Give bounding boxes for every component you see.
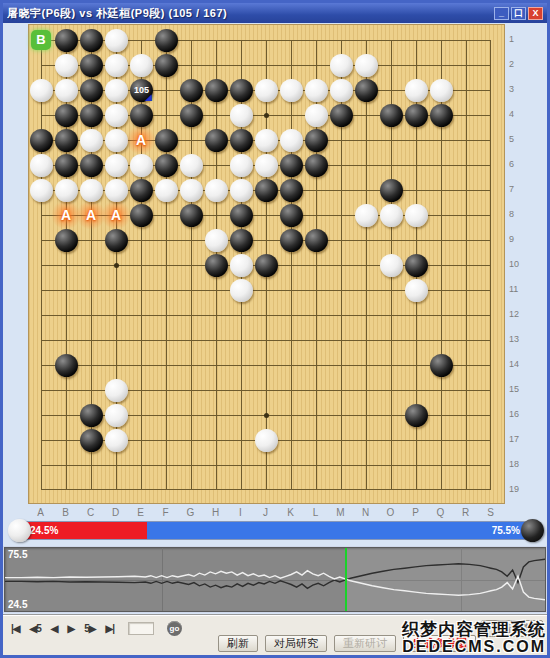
white-stone[interactable] [405, 204, 428, 227]
white-stone[interactable] [30, 154, 53, 177]
white-stone[interactable] [230, 104, 253, 127]
white-winrate-segment: 24.5% [24, 522, 147, 539]
winrate-graph[interactable]: 75.524.5 [4, 547, 546, 612]
row-label: 14 [509, 359, 527, 369]
black-stone[interactable] [155, 129, 178, 152]
black-stone[interactable] [380, 179, 403, 202]
row-label: 12 [509, 309, 527, 319]
black-stone[interactable] [405, 404, 428, 427]
black-stone-icon [521, 519, 544, 542]
white-stone[interactable] [155, 179, 178, 202]
black-stone[interactable] [55, 229, 78, 252]
white-stone[interactable] [405, 79, 428, 102]
white-stone[interactable] [130, 54, 153, 77]
white-stone[interactable] [105, 104, 128, 127]
row-label: 2 [509, 59, 527, 69]
black-stone[interactable] [230, 204, 253, 227]
row-label: 6 [509, 159, 527, 169]
white-stone[interactable] [280, 129, 303, 152]
graph-bottom-label: 24.5 [8, 599, 27, 610]
white-stone[interactable] [305, 104, 328, 127]
star-point [264, 113, 269, 118]
white-stone[interactable] [380, 204, 403, 227]
white-stone[interactable] [105, 179, 128, 202]
black-stone[interactable] [55, 354, 78, 377]
black-stone[interactable] [380, 104, 403, 127]
white-stone[interactable] [230, 179, 253, 202]
white-stone[interactable] [105, 54, 128, 77]
black-stone[interactable] [430, 104, 453, 127]
white-stone[interactable] [105, 79, 128, 102]
white-stone[interactable] [230, 154, 253, 177]
row-label: 19 [509, 484, 527, 494]
white-stone[interactable] [105, 404, 128, 427]
move-number-input[interactable] [128, 622, 154, 635]
black-stone[interactable] [205, 254, 228, 277]
black-stone[interactable] [155, 54, 178, 77]
variation-label-green: B [31, 30, 51, 50]
candidate-label: A [104, 203, 128, 227]
white-stone[interactable] [280, 79, 303, 102]
white-stone[interactable] [80, 179, 103, 202]
black-stone[interactable] [305, 129, 328, 152]
white-stone[interactable] [105, 429, 128, 452]
black-stone[interactable] [230, 79, 253, 102]
white-stone[interactable] [130, 154, 153, 177]
white-stone[interactable] [55, 179, 78, 202]
black-stone[interactable] [80, 54, 103, 77]
button-重新研讨[interactable]: 重新研讨 [334, 635, 396, 652]
maximize-button[interactable]: 口 [511, 7, 526, 20]
white-stone[interactable] [180, 179, 203, 202]
white-stone[interactable] [355, 204, 378, 227]
black-stone[interactable] [405, 254, 428, 277]
black-stone[interactable] [355, 79, 378, 102]
black-stone[interactable] [30, 129, 53, 152]
go-button[interactable]: go [167, 621, 182, 636]
black-stone[interactable] [155, 154, 178, 177]
app-window: 屠晓宇(P6段) vs 朴廷桓(P9段) (105 / 167) _ 口 X B… [0, 0, 550, 658]
row-label: 5 [509, 134, 527, 144]
white-stone[interactable] [255, 129, 278, 152]
nav-forward5-button[interactable]: 5▶ [84, 623, 95, 634]
window-title: 屠晓宇(P6段) vs 朴廷桓(P9段) (105 / 167) [7, 6, 494, 21]
nav-back5-button[interactable]: ◀5 [30, 623, 41, 634]
black-stone[interactable] [80, 104, 103, 127]
white-stone-icon [8, 519, 31, 542]
white-stone[interactable] [30, 79, 53, 102]
white-stone[interactable] [30, 179, 53, 202]
graph-top-label: 75.5 [8, 549, 27, 560]
black-stone[interactable] [55, 29, 78, 52]
black-stone[interactable] [80, 154, 103, 177]
black-winrate-line [5, 559, 545, 588]
black-stone[interactable] [180, 104, 203, 127]
row-label: 18 [509, 459, 527, 469]
black-stone[interactable] [255, 254, 278, 277]
white-stone[interactable] [55, 79, 78, 102]
white-stone[interactable] [380, 254, 403, 277]
row-label: 16 [509, 409, 527, 419]
white-stone[interactable] [355, 54, 378, 77]
star-point [264, 413, 269, 418]
candidate-label: A [129, 128, 153, 152]
control-bar: |◀◀5◀▶5▶▶| go 刷新对局研究重新研讨生成参考图 变着手数 织梦内容管… [3, 615, 547, 655]
row-label: 10 [509, 259, 527, 269]
black-stone[interactable] [280, 179, 303, 202]
white-stone[interactable] [230, 254, 253, 277]
winrate-track: 24.5% 75.5% [23, 521, 527, 540]
black-stone[interactable] [80, 29, 103, 52]
white-stone[interactable] [105, 29, 128, 52]
current-move-marker[interactable] [345, 548, 347, 611]
black-stone[interactable] [430, 354, 453, 377]
window-content: B105◢AAAA ABCDEFGHIJKLMNOPQRS12345678910… [3, 23, 547, 655]
current-move-triangle-icon: ◢ [145, 93, 152, 102]
watermark-line2: DEDECMS.COM [402, 639, 546, 655]
close-button[interactable]: X [528, 7, 543, 20]
black-stone[interactable] [130, 204, 153, 227]
black-stone[interactable] [230, 129, 253, 152]
white-stone[interactable] [205, 229, 228, 252]
nav-last-button[interactable]: ▶| [105, 623, 114, 634]
black-stone[interactable] [230, 229, 253, 252]
row-label: 1 [509, 34, 527, 44]
button-对局研究[interactable]: 对局研究 [265, 635, 327, 652]
star-point [114, 263, 119, 268]
white-stone[interactable] [405, 279, 428, 302]
row-label: 13 [509, 334, 527, 344]
dedecms-watermark: 织梦内容管理系统 DEDECMS.COM [402, 621, 546, 655]
white-stone[interactable] [205, 179, 228, 202]
row-label: 8 [509, 209, 527, 219]
black-stone[interactable] [405, 104, 428, 127]
go-board[interactable]: B105◢AAAA [28, 24, 505, 504]
row-label: 7 [509, 184, 527, 194]
black-stone[interactable] [305, 154, 328, 177]
nav-back-button[interactable]: ◀ [51, 623, 58, 634]
watermark-line1: 织梦内容管理系统 [402, 621, 546, 638]
black-stone[interactable] [80, 79, 103, 102]
black-stone[interactable] [280, 229, 303, 252]
white-stone[interactable] [255, 154, 278, 177]
nav-first-button[interactable]: |◀ [11, 623, 20, 634]
row-label: 3 [509, 84, 527, 94]
white-stone[interactable] [105, 129, 128, 152]
white-stone[interactable] [80, 129, 103, 152]
black-stone[interactable] [280, 204, 303, 227]
row-label: 4 [509, 109, 527, 119]
white-winrate-line [5, 571, 545, 600]
winrate-lines [5, 548, 545, 611]
black-stone[interactable] [180, 79, 203, 102]
white-stone[interactable] [430, 79, 453, 102]
button-刷新[interactable]: 刷新 [218, 635, 258, 652]
title-bar[interactable]: 屠晓宇(P6段) vs 朴廷桓(P9段) (105 / 167) _ 口 X [3, 3, 547, 23]
row-label: 9 [509, 234, 527, 244]
white-stone[interactable] [330, 79, 353, 102]
white-stone[interactable] [305, 79, 328, 102]
board-area: B105◢AAAA ABCDEFGHIJKLMNOPQRS12345678910… [28, 24, 528, 521]
white-stone[interactable] [105, 154, 128, 177]
black-stone[interactable] [330, 104, 353, 127]
white-stone[interactable] [180, 154, 203, 177]
black-stone[interactable] [205, 79, 228, 102]
white-stone[interactable] [230, 279, 253, 302]
black-stone[interactable] [180, 204, 203, 227]
black-stone[interactable] [130, 104, 153, 127]
black-stone[interactable] [205, 129, 228, 152]
white-stone[interactable] [255, 79, 278, 102]
white-stone[interactable] [330, 54, 353, 77]
black-stone[interactable] [255, 179, 278, 202]
nav-forward-button[interactable]: ▶ [67, 623, 74, 634]
black-stone[interactable] [130, 179, 153, 202]
black-stone[interactable] [55, 154, 78, 177]
black-winrate-segment: 75.5% [147, 522, 526, 539]
black-stone[interactable] [105, 229, 128, 252]
black-stone[interactable] [280, 154, 303, 177]
white-stone[interactable] [55, 54, 78, 77]
white-stone[interactable] [255, 429, 278, 452]
black-stone[interactable] [80, 429, 103, 452]
winrate-bar: 24.5% 75.5% [3, 517, 547, 545]
row-label: 15 [509, 384, 527, 394]
white-stone[interactable] [105, 379, 128, 402]
black-stone[interactable] [155, 29, 178, 52]
candidate-label: A [54, 203, 78, 227]
minimize-button[interactable]: _ [494, 7, 509, 20]
move-navigation: |◀◀5◀▶5▶▶| go [11, 621, 182, 636]
black-stone[interactable] [80, 404, 103, 427]
black-stone[interactable] [55, 104, 78, 127]
black-stone[interactable] [55, 129, 78, 152]
row-label: 11 [509, 284, 527, 294]
black-stone[interactable] [305, 229, 328, 252]
row-label: 17 [509, 434, 527, 444]
candidate-label: A [79, 203, 103, 227]
